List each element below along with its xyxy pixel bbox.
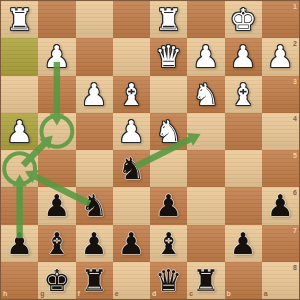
black-bishop[interactable]: ♝ — [43, 225, 70, 262]
square-f8[interactable]: ♜f — [76, 262, 113, 299]
white-king[interactable]: ♚ — [230, 1, 257, 38]
rank-label-5: 5 — [293, 152, 297, 159]
square-a3[interactable]: 3 — [262, 76, 299, 113]
square-e7[interactable]: ♟ — [113, 225, 150, 262]
square-e1[interactable] — [113, 1, 150, 38]
square-c1[interactable] — [187, 1, 224, 38]
rank-label-3: 3 — [293, 78, 297, 85]
white-pawn[interactable]: ♟ — [230, 38, 257, 75]
square-d2[interactable]: ♛ — [150, 38, 187, 75]
square-g4[interactable] — [38, 113, 75, 150]
square-c8[interactable]: ♜c — [187, 262, 224, 299]
square-b7[interactable]: ♟ — [225, 225, 262, 262]
square-f7[interactable]: ♟ — [76, 225, 113, 262]
white-pawn[interactable]: ♟ — [118, 113, 145, 150]
white-pawn[interactable]: ♟ — [6, 113, 33, 150]
square-f3[interactable]: ♟ — [76, 76, 113, 113]
square-c4[interactable] — [187, 113, 224, 150]
square-g1[interactable] — [38, 1, 75, 38]
square-a1[interactable]: 1 — [262, 1, 299, 38]
square-b5[interactable] — [225, 150, 262, 187]
square-e5[interactable]: ♞ — [113, 150, 150, 187]
file-label-e: e — [115, 290, 119, 297]
black-pawn[interactable]: ♟ — [43, 187, 70, 224]
square-h2[interactable] — [1, 38, 38, 75]
black-pawn[interactable]: ♟ — [6, 225, 33, 262]
square-g5[interactable] — [38, 150, 75, 187]
black-pawn[interactable]: ♟ — [267, 187, 294, 224]
square-b6[interactable] — [225, 187, 262, 224]
rank-label-7: 7 — [293, 227, 297, 234]
rank-label-8: 8 — [293, 264, 297, 271]
black-knight[interactable]: ♞ — [118, 150, 145, 187]
square-g7[interactable]: ♝ — [38, 225, 75, 262]
square-e8[interactable]: e — [113, 262, 150, 299]
square-b3[interactable]: ♝ — [225, 76, 262, 113]
square-f5[interactable] — [76, 150, 113, 187]
square-g2[interactable]: ♟ — [38, 38, 75, 75]
square-h8[interactable]: h — [1, 262, 38, 299]
black-rook[interactable]: ♜ — [81, 262, 108, 299]
black-pawn[interactable]: ♟ — [81, 225, 108, 262]
square-e4[interactable]: ♟ — [113, 113, 150, 150]
black-rook[interactable]: ♜ — [192, 262, 219, 299]
white-queen[interactable]: ♛ — [155, 38, 182, 75]
square-d3[interactable] — [150, 76, 187, 113]
white-knight[interactable]: ♞ — [192, 76, 219, 113]
square-g8[interactable]: ♚g — [38, 262, 75, 299]
square-a6[interactable]: ♟6 — [262, 187, 299, 224]
black-pawn[interactable]: ♟ — [155, 187, 182, 224]
white-pawn[interactable]: ♟ — [267, 38, 294, 75]
square-f2[interactable] — [76, 38, 113, 75]
black-bishop[interactable]: ♝ — [155, 225, 182, 262]
square-h6[interactable] — [1, 187, 38, 224]
square-c6[interactable] — [187, 187, 224, 224]
square-b4[interactable] — [225, 113, 262, 150]
square-h3[interactable] — [1, 76, 38, 113]
square-a8[interactable]: 8a — [262, 262, 299, 299]
white-rook[interactable]: ♜ — [6, 1, 33, 38]
square-e3[interactable]: ♝ — [113, 76, 150, 113]
black-queen[interactable]: ♛ — [155, 262, 182, 299]
square-e2[interactable] — [113, 38, 150, 75]
square-b1[interactable]: ♚ — [225, 1, 262, 38]
square-d8[interactable]: ♛d — [150, 262, 187, 299]
rank-label-4: 4 — [293, 115, 297, 122]
square-c2[interactable]: ♟ — [187, 38, 224, 75]
square-a2[interactable]: ♟2 — [262, 38, 299, 75]
square-a4[interactable]: 4 — [262, 113, 299, 150]
square-h4[interactable]: ♟ — [1, 113, 38, 150]
black-pawn[interactable]: ♟ — [118, 225, 145, 262]
square-b2[interactable]: ♟ — [225, 38, 262, 75]
square-g3[interactable] — [38, 76, 75, 113]
white-pawn[interactable]: ♟ — [43, 38, 70, 75]
square-b8[interactable]: b — [225, 262, 262, 299]
square-d5[interactable] — [150, 150, 187, 187]
square-h1[interactable]: ♜ — [1, 1, 38, 38]
square-c5[interactable] — [187, 150, 224, 187]
white-pawn[interactable]: ♟ — [81, 76, 108, 113]
black-king[interactable]: ♚ — [43, 262, 70, 299]
square-h5[interactable] — [1, 150, 38, 187]
white-knight[interactable]: ♞ — [155, 113, 182, 150]
white-pawn[interactable]: ♟ — [192, 38, 219, 75]
square-h7[interactable]: ♟ — [1, 225, 38, 262]
square-e6[interactable] — [113, 187, 150, 224]
square-a7[interactable]: 7 — [262, 225, 299, 262]
square-f4[interactable] — [76, 113, 113, 150]
board-grid: ♜♜♚1♟♛♟♟♟2♟♝♞♝3♟♟♞4♞5♟♞♟♟6♟♝♟♟♝♟7h♚g♜fe♛… — [1, 1, 299, 299]
black-pawn[interactable]: ♟ — [230, 225, 257, 262]
square-g6[interactable]: ♟ — [38, 187, 75, 224]
white-bishop[interactable]: ♝ — [230, 76, 257, 113]
rank-label-1: 1 — [293, 3, 297, 10]
white-bishop[interactable]: ♝ — [118, 76, 145, 113]
file-label-b: b — [227, 290, 231, 297]
file-label-h: h — [3, 290, 7, 297]
file-label-a: a — [264, 290, 268, 297]
square-c7[interactable] — [187, 225, 224, 262]
square-f6[interactable]: ♞ — [76, 187, 113, 224]
square-c3[interactable]: ♞ — [187, 76, 224, 113]
square-d6[interactable]: ♟ — [150, 187, 187, 224]
square-d4[interactable]: ♞ — [150, 113, 187, 150]
square-a5[interactable]: 5 — [262, 150, 299, 187]
square-d1[interactable]: ♜ — [150, 1, 187, 38]
square-d7[interactable]: ♝ — [150, 225, 187, 262]
chess-board: ♜♜♚1♟♛♟♟♟2♟♝♞♝3♟♟♞4♞5♟♞♟♟6♟♝♟♟♝♟7h♚g♜fe♛… — [0, 0, 300, 300]
black-knight[interactable]: ♞ — [81, 187, 108, 224]
white-rook[interactable]: ♜ — [155, 1, 182, 38]
file-label-f: f — [78, 290, 80, 297]
square-f1[interactable] — [76, 1, 113, 38]
